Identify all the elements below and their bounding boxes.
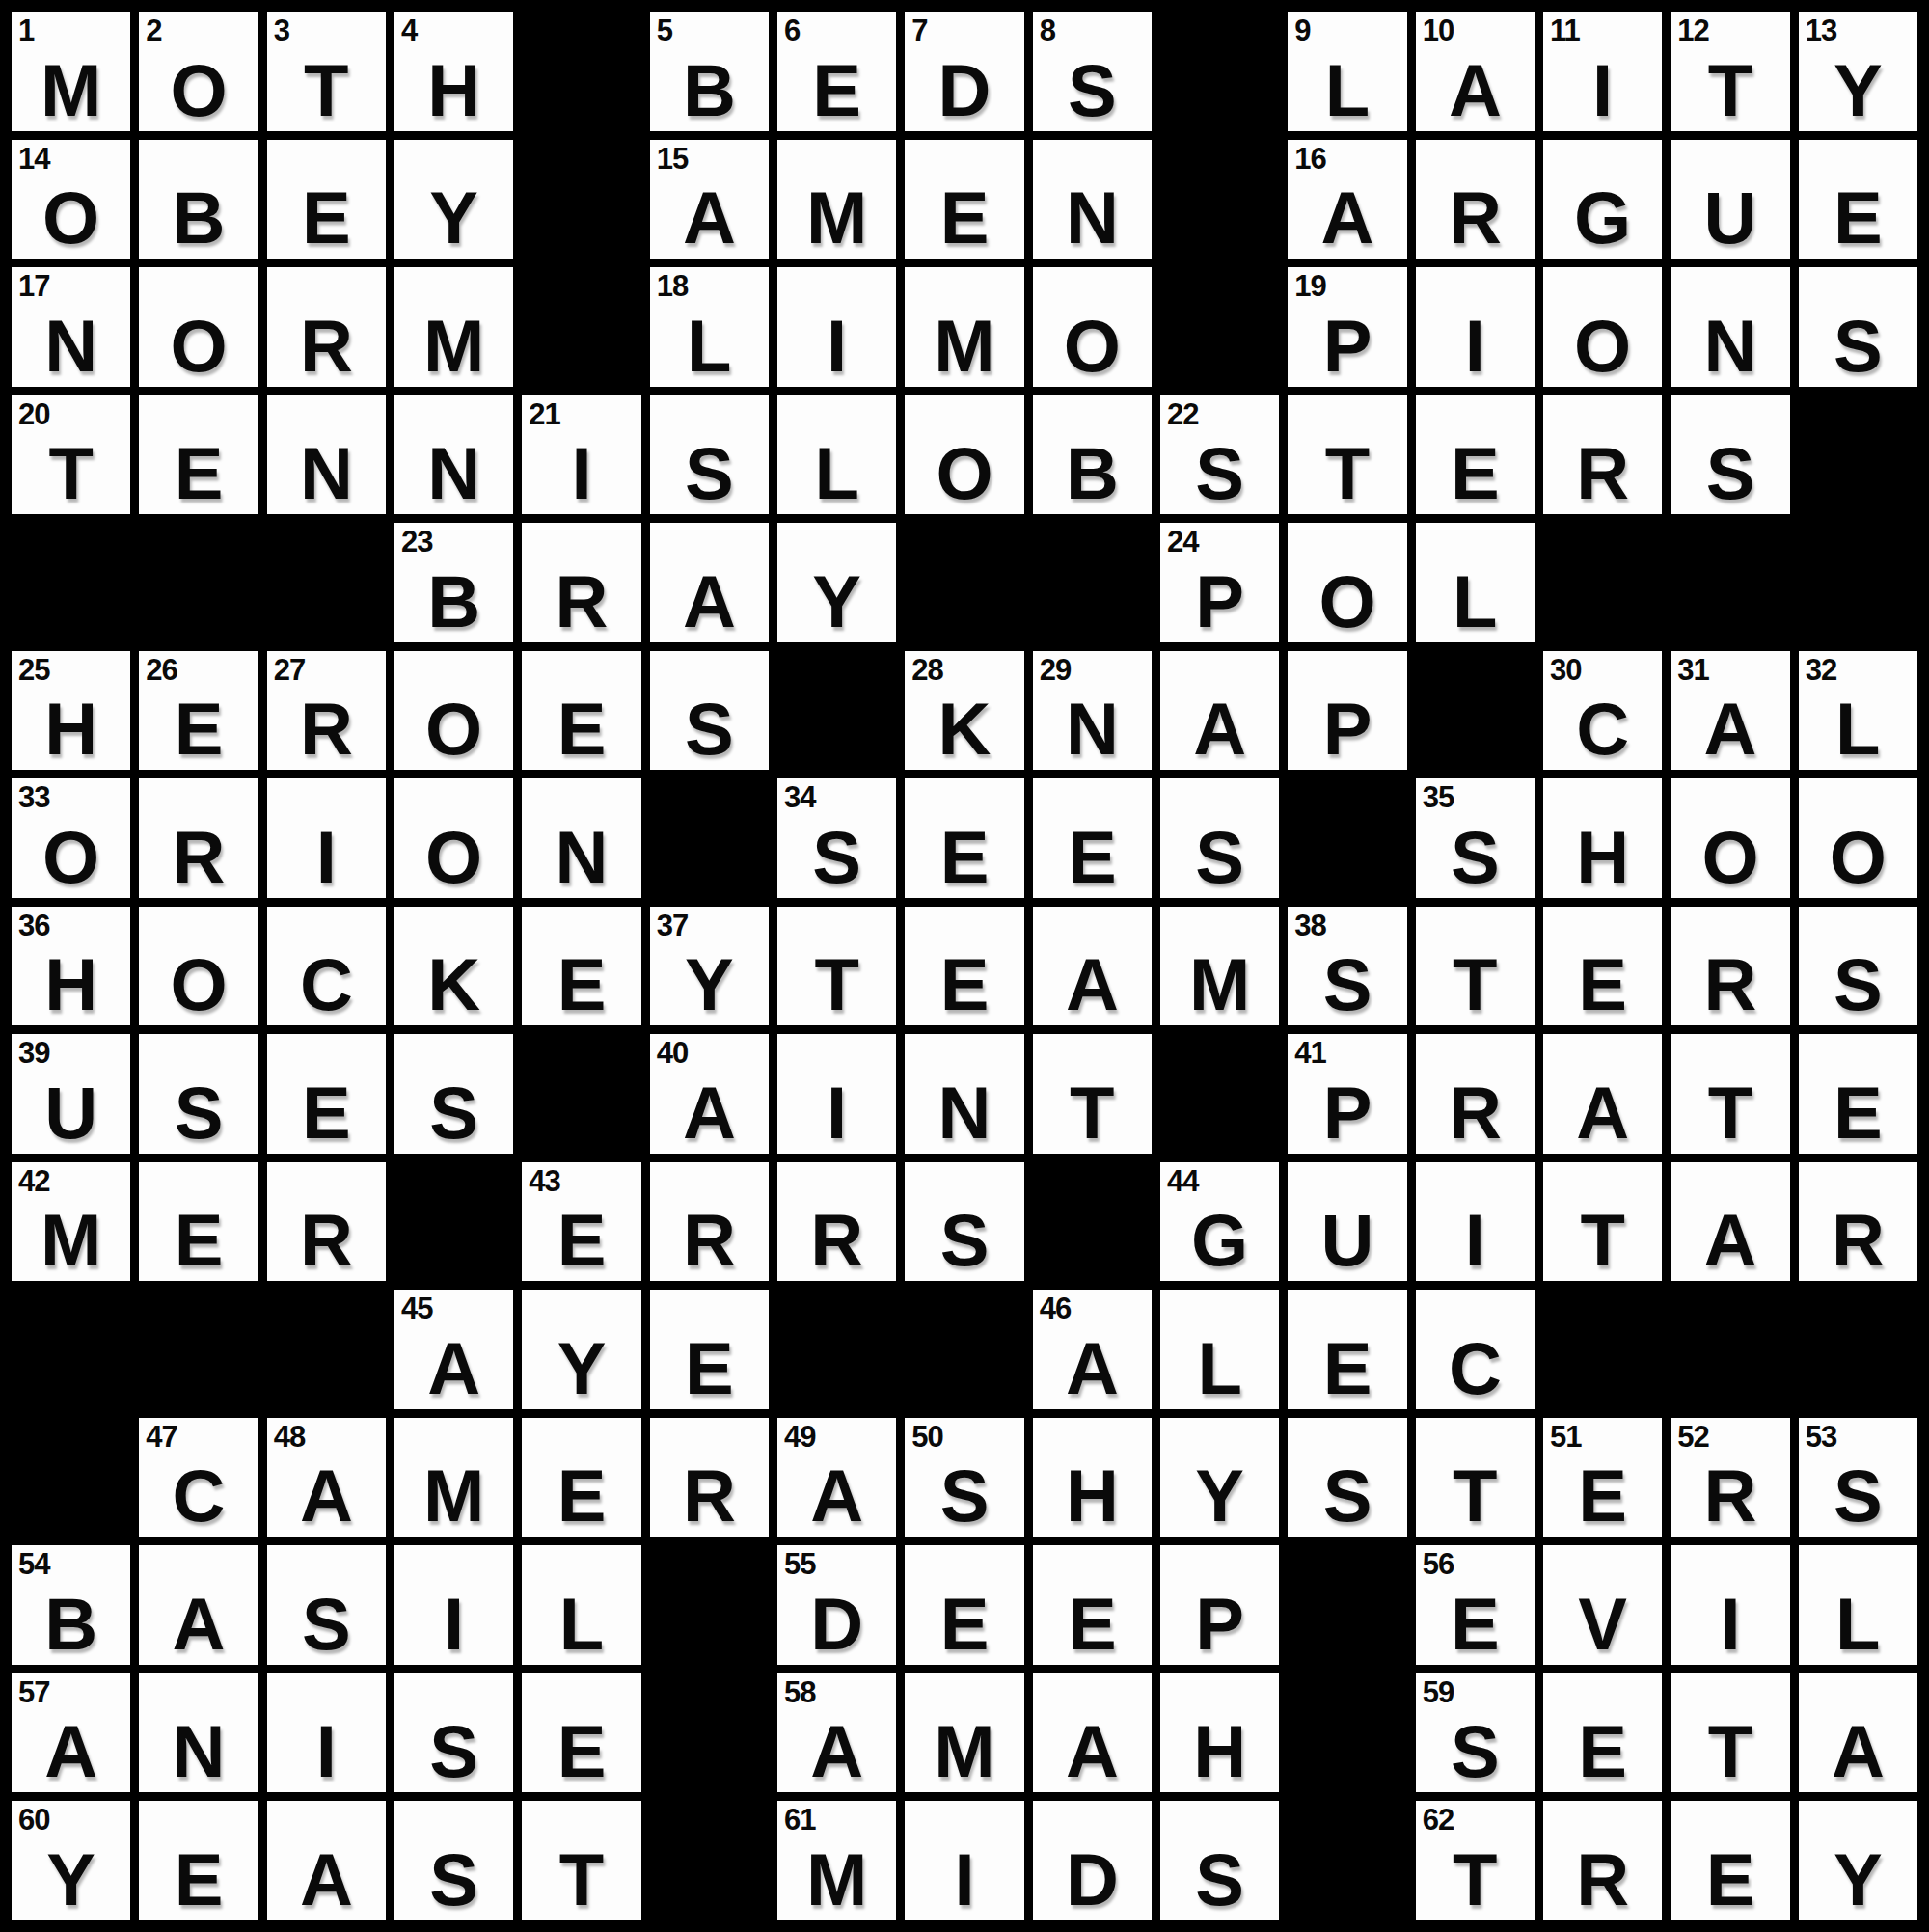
cell-r3-c13[interactable]: O — [1543, 267, 1662, 387]
cell-r10-c15[interactable]: R — [1799, 1162, 1917, 1282]
clue-number: 58 — [784, 1675, 815, 1710]
cell-letter: I — [267, 1715, 386, 1788]
block-r14-c11 — [1288, 1673, 1406, 1793]
cell-letter: Y — [777, 565, 896, 639]
cell-r5-c6[interactable]: A — [650, 523, 769, 642]
cell-letter: L — [1416, 565, 1535, 639]
cell-r12-c15[interactable]: 53S — [1799, 1418, 1917, 1537]
block-r7-c11 — [1288, 778, 1406, 898]
cell-r14-c8[interactable]: M — [905, 1673, 1023, 1793]
cell-r1-c14[interactable]: 12T — [1671, 12, 1789, 131]
cell-r6-c11[interactable]: P — [1288, 651, 1406, 771]
cell-r13-c9[interactable]: E — [1033, 1545, 1152, 1665]
cell-r9-c12[interactable]: R — [1416, 1034, 1535, 1154]
cell-r15-c1[interactable]: 60Y — [12, 1801, 130, 1920]
cell-letter: T — [267, 54, 386, 127]
cell-letter: A — [1033, 1332, 1152, 1405]
cell-r14-c2[interactable]: N — [139, 1673, 258, 1793]
cell-r1-c6[interactable]: 5B — [650, 12, 769, 131]
cell-r7-c1[interactable]: 33O — [12, 778, 130, 898]
cell-r13-c3[interactable]: S — [267, 1545, 386, 1665]
cell-letter: A — [267, 1843, 386, 1917]
cell-letter: S — [777, 821, 896, 894]
clue-number: 57 — [18, 1675, 49, 1710]
cell-r12-c13[interactable]: 51E — [1543, 1418, 1662, 1537]
cell-letter: E — [905, 821, 1023, 894]
cell-r14-c5[interactable]: E — [522, 1673, 640, 1793]
cell-r2-c2[interactable]: B — [139, 140, 258, 259]
cell-r12-c2[interactable]: 47C — [139, 1418, 258, 1537]
cell-letter: A — [267, 1459, 386, 1533]
cell-r12-c12[interactable]: T — [1416, 1418, 1535, 1537]
clue-number: 14 — [18, 142, 49, 177]
cell-letter: C — [1543, 693, 1662, 766]
cell-letter: T — [1543, 1204, 1662, 1277]
clue-number: 17 — [18, 269, 49, 304]
cell-r13-c13[interactable]: V — [1543, 1545, 1662, 1665]
cell-r11-c4[interactable]: 45A — [394, 1290, 513, 1409]
cell-letter: T — [1416, 1843, 1535, 1917]
cell-r6-c9[interactable]: 29N — [1033, 651, 1152, 771]
cell-r10-c13[interactable]: T — [1543, 1162, 1662, 1282]
cell-r13-c4[interactable]: I — [394, 1545, 513, 1665]
cell-r8-c2[interactable]: O — [139, 907, 258, 1026]
cell-r15-c15[interactable]: Y — [1799, 1801, 1917, 1920]
cell-r10-c1[interactable]: 42M — [12, 1162, 130, 1282]
cell-r4-c2[interactable]: E — [139, 395, 258, 515]
cell-r8-c4[interactable]: K — [394, 907, 513, 1026]
cell-r4-c9[interactable]: B — [1033, 395, 1152, 515]
cell-r4-c12[interactable]: E — [1416, 395, 1535, 515]
cell-r8-c10[interactable]: M — [1160, 907, 1279, 1026]
cell-letter: L — [777, 437, 896, 510]
clue-number: 49 — [784, 1420, 815, 1455]
cell-letter: A — [1160, 693, 1279, 766]
cell-r11-c11[interactable]: E — [1288, 1290, 1406, 1409]
cell-r2-c8[interactable]: E — [905, 140, 1023, 259]
cell-r1-c7[interactable]: 6E — [777, 12, 896, 131]
cell-r7-c9[interactable]: E — [1033, 778, 1152, 898]
cell-letter: T — [12, 437, 130, 510]
cell-r9-c8[interactable]: N — [905, 1034, 1023, 1154]
cell-letter: R — [267, 1204, 386, 1277]
cell-r14-c10[interactable]: H — [1160, 1673, 1279, 1793]
cell-r13-c2[interactable]: A — [139, 1545, 258, 1665]
cell-r3-c3[interactable]: R — [267, 267, 386, 387]
cell-letter: I — [905, 1843, 1023, 1917]
cell-letter: P — [1160, 565, 1279, 639]
cell-r1-c8[interactable]: 7D — [905, 12, 1023, 131]
cell-r9-c3[interactable]: E — [267, 1034, 386, 1154]
clue-number: 56 — [1423, 1547, 1454, 1582]
clue-number: 54 — [18, 1547, 49, 1582]
cell-r6-c14[interactable]: 31A — [1671, 651, 1789, 771]
cell-letter: A — [1416, 54, 1535, 127]
cell-r12-c5[interactable]: E — [522, 1418, 640, 1537]
cell-r1-c3[interactable]: 3T — [267, 12, 386, 131]
cell-r14-c7[interactable]: 58A — [777, 1673, 896, 1793]
clue-number: 36 — [18, 909, 49, 943]
cell-r9-c1[interactable]: 39U — [12, 1034, 130, 1154]
cell-r14-c13[interactable]: E — [1543, 1673, 1662, 1793]
clue-number: 10 — [1423, 14, 1454, 48]
cell-r12-c10[interactable]: Y — [1160, 1418, 1279, 1537]
cell-r5-c10[interactable]: 24P — [1160, 523, 1279, 642]
cell-letter: I — [1671, 1588, 1789, 1661]
cell-r8-c3[interactable]: C — [267, 907, 386, 1026]
clue-number: 5 — [657, 14, 672, 48]
cell-letter: A — [777, 1715, 896, 1788]
cell-letter: S — [1160, 821, 1279, 894]
cell-letter: T — [1033, 1076, 1152, 1150]
cell-r14-c1[interactable]: 57A — [12, 1673, 130, 1793]
block-r15-c6 — [650, 1801, 769, 1920]
cell-r7-c4[interactable]: O — [394, 778, 513, 898]
cell-r12-c8[interactable]: 50S — [905, 1418, 1023, 1537]
cell-letter: S — [1288, 948, 1406, 1021]
cell-r12-c9[interactable]: H — [1033, 1418, 1152, 1537]
cell-letter: P — [1288, 693, 1406, 766]
cell-r14-c14[interactable]: T — [1671, 1673, 1789, 1793]
cell-r4-c13[interactable]: R — [1543, 395, 1662, 515]
cell-letter: Y — [522, 1332, 640, 1405]
cell-letter: L — [522, 1588, 640, 1661]
cell-r2-c12[interactable]: R — [1416, 140, 1535, 259]
cell-r1-c4[interactable]: 4H — [394, 12, 513, 131]
clue-number: 42 — [18, 1164, 49, 1199]
cell-r13-c1[interactable]: 54B — [12, 1545, 130, 1665]
cell-r4-c4[interactable]: N — [394, 395, 513, 515]
cell-letter: Y — [1799, 1843, 1917, 1917]
cell-letter: H — [1160, 1715, 1279, 1788]
cell-r14-c12[interactable]: 59S — [1416, 1673, 1535, 1793]
cell-letter: E — [905, 948, 1023, 1021]
cell-letter: C — [1416, 1332, 1535, 1405]
cell-letter: S — [1160, 437, 1279, 510]
cell-r8-c9[interactable]: A — [1033, 907, 1152, 1026]
cell-r8-c8[interactable]: E — [905, 907, 1023, 1026]
cell-r4-c11[interactable]: T — [1288, 395, 1406, 515]
cell-r1-c1[interactable]: 1M — [12, 12, 130, 131]
cell-r4-c5[interactable]: 21I — [522, 395, 640, 515]
cell-r2-c4[interactable]: Y — [394, 140, 513, 259]
cell-letter: E — [267, 181, 386, 255]
cell-letter: A — [394, 1332, 513, 1405]
block-r5-c13 — [1543, 523, 1662, 642]
cell-r9-c13[interactable]: A — [1543, 1034, 1662, 1154]
block-r11-c3 — [267, 1290, 386, 1409]
cell-r11-c9[interactable]: 46A — [1033, 1290, 1152, 1409]
cell-r7-c5[interactable]: N — [522, 778, 640, 898]
cell-r5-c12[interactable]: L — [1416, 523, 1535, 642]
cell-r3-c8[interactable]: M — [905, 267, 1023, 387]
cell-r7-c10[interactable]: S — [1160, 778, 1279, 898]
cell-r3-c7[interactable]: I — [777, 267, 896, 387]
cell-letter: O — [1033, 310, 1152, 383]
block-r5-c9 — [1033, 523, 1152, 642]
cell-r4-c3[interactable]: N — [267, 395, 386, 515]
cell-r9-c14[interactable]: T — [1671, 1034, 1789, 1154]
cell-r12-c6[interactable]: R — [650, 1418, 769, 1537]
cell-letter: A — [777, 1459, 896, 1533]
cell-r10-c8[interactable]: S — [905, 1162, 1023, 1282]
clue-number: 38 — [1294, 909, 1325, 943]
cell-letter: A — [1288, 181, 1406, 255]
cell-r1-c13[interactable]: 11I — [1543, 12, 1662, 131]
cell-r10-c7[interactable]: R — [777, 1162, 896, 1282]
cell-r5-c4[interactable]: 23B — [394, 523, 513, 642]
clue-number: 45 — [401, 1292, 432, 1326]
cell-r10-c10[interactable]: 44G — [1160, 1162, 1279, 1282]
cell-r8-c13[interactable]: E — [1543, 907, 1662, 1026]
cell-r8-c6[interactable]: 37Y — [650, 907, 769, 1026]
cell-r8-c1[interactable]: 36H — [12, 907, 130, 1026]
cell-r3-c1[interactable]: 17N — [12, 267, 130, 387]
cell-letter: N — [267, 437, 386, 510]
cell-r14-c9[interactable]: A — [1033, 1673, 1152, 1793]
block-r9-c10 — [1160, 1034, 1279, 1154]
cell-r6-c10[interactable]: A — [1160, 651, 1279, 771]
cell-r15-c5[interactable]: T — [522, 1801, 640, 1920]
cell-r1-c9[interactable]: 8S — [1033, 12, 1152, 131]
cell-r13-c15[interactable]: L — [1799, 1545, 1917, 1665]
cell-letter: O — [1288, 565, 1406, 639]
cell-r7-c12[interactable]: 35S — [1416, 778, 1535, 898]
cell-r4-c1[interactable]: 20T — [12, 395, 130, 515]
cell-r3-c12[interactable]: I — [1416, 267, 1535, 387]
cell-r15-c10[interactable]: S — [1160, 1801, 1279, 1920]
cell-r12-c14[interactable]: 52R — [1671, 1418, 1789, 1537]
cell-letter: L — [1799, 1588, 1917, 1661]
cell-r7-c7[interactable]: 34S — [777, 778, 896, 898]
cell-r10-c11[interactable]: U — [1288, 1162, 1406, 1282]
block-r13-c6 — [650, 1545, 769, 1665]
cell-r8-c11[interactable]: 38S — [1288, 907, 1406, 1026]
cell-r3-c15[interactable]: S — [1799, 267, 1917, 387]
cell-letter: B — [139, 181, 258, 255]
cell-r7-c3[interactable]: I — [267, 778, 386, 898]
cell-r11-c5[interactable]: Y — [522, 1290, 640, 1409]
clue-number: 46 — [1040, 1292, 1071, 1326]
cell-r6-c13[interactable]: 30C — [1543, 651, 1662, 771]
cell-r15-c3[interactable]: A — [267, 1801, 386, 1920]
cell-r7-c2[interactable]: R — [139, 778, 258, 898]
cell-r2-c6[interactable]: 15A — [650, 140, 769, 259]
cell-letter: R — [650, 1204, 769, 1277]
clue-number: 43 — [529, 1164, 559, 1199]
cell-letter: E — [777, 54, 896, 127]
clue-number: 35 — [1423, 780, 1454, 815]
cell-letter: A — [1033, 1715, 1152, 1788]
cell-r15-c7[interactable]: 61M — [777, 1801, 896, 1920]
cell-r9-c7[interactable]: I — [777, 1034, 896, 1154]
clue-number: 50 — [911, 1420, 942, 1455]
cell-r1-c15[interactable]: 13Y — [1799, 12, 1917, 131]
cell-r1-c2[interactable]: 2O — [139, 12, 258, 131]
cell-r15-c14[interactable]: E — [1671, 1801, 1789, 1920]
cell-letter: D — [1033, 1843, 1152, 1917]
cell-r9-c2[interactable]: S — [139, 1034, 258, 1154]
cell-letter: H — [1033, 1459, 1152, 1533]
cell-r3-c6[interactable]: 18L — [650, 267, 769, 387]
clue-number: 2 — [146, 14, 161, 48]
cell-letter: N — [1033, 693, 1152, 766]
clue-number: 22 — [1167, 397, 1198, 432]
cell-r2-c13[interactable]: G — [1543, 140, 1662, 259]
clue-number: 18 — [657, 269, 688, 304]
block-r11-c1 — [12, 1290, 130, 1409]
cell-r3-c2[interactable]: O — [139, 267, 258, 387]
cell-letter: A — [139, 1588, 258, 1661]
cell-r14-c4[interactable]: S — [394, 1673, 513, 1793]
cell-letter: Y — [650, 948, 769, 1021]
cell-r10-c14[interactable]: A — [1671, 1162, 1789, 1282]
cell-r5-c7[interactable]: Y — [777, 523, 896, 642]
cell-letter: N — [522, 821, 640, 894]
cell-letter: Y — [394, 181, 513, 255]
cell-r13-c12[interactable]: 56E — [1416, 1545, 1535, 1665]
block-r3-c5 — [522, 267, 640, 387]
cell-letter: C — [267, 948, 386, 1021]
cell-r15-c12[interactable]: 62T — [1416, 1801, 1535, 1920]
cell-r4-c14[interactable]: S — [1671, 395, 1789, 515]
cell-r3-c9[interactable]: O — [1033, 267, 1152, 387]
cell-r6-c2[interactable]: 26E — [139, 651, 258, 771]
cell-r6-c15[interactable]: 32L — [1799, 651, 1917, 771]
cell-r12-c7[interactable]: 49A — [777, 1418, 896, 1537]
cell-r8-c7[interactable]: T — [777, 907, 896, 1026]
cell-letter: T — [1416, 1459, 1535, 1533]
block-r10-c9 — [1033, 1162, 1152, 1282]
cell-r2-c15[interactable]: E — [1799, 140, 1917, 259]
cell-r7-c15[interactable]: O — [1799, 778, 1917, 898]
cell-r9-c6[interactable]: 40A — [650, 1034, 769, 1154]
cell-r2-c14[interactable]: U — [1671, 140, 1789, 259]
cell-letter: I — [1416, 1204, 1535, 1277]
cell-r9-c9[interactable]: T — [1033, 1034, 1152, 1154]
cell-r5-c5[interactable]: R — [522, 523, 640, 642]
cell-r10-c2[interactable]: E — [139, 1162, 258, 1282]
cell-r8-c15[interactable]: S — [1799, 907, 1917, 1026]
cell-r2-c3[interactable]: E — [267, 140, 386, 259]
cell-letter: O — [905, 437, 1023, 510]
cell-letter: O — [139, 54, 258, 127]
cell-r2-c7[interactable]: M — [777, 140, 896, 259]
cell-r10-c5[interactable]: 43E — [522, 1162, 640, 1282]
cell-r12-c4[interactable]: M — [394, 1418, 513, 1537]
cell-letter: M — [12, 54, 130, 127]
cell-r8-c12[interactable]: T — [1416, 907, 1535, 1026]
cell-r2-c11[interactable]: 16A — [1288, 140, 1406, 259]
block-r14-c6 — [650, 1673, 769, 1793]
cell-letter: E — [1416, 1588, 1535, 1661]
cell-r15-c4[interactable]: S — [394, 1801, 513, 1920]
cell-r7-c14[interactable]: O — [1671, 778, 1789, 898]
cell-letter: P — [1288, 1076, 1406, 1150]
cell-r12-c11[interactable]: S — [1288, 1418, 1406, 1537]
cell-r2-c1[interactable]: 14O — [12, 140, 130, 259]
cell-letter: E — [522, 693, 640, 766]
cell-r3-c4[interactable]: M — [394, 267, 513, 387]
cell-r4-c7[interactable]: L — [777, 395, 896, 515]
cell-r11-c6[interactable]: E — [650, 1290, 769, 1409]
cell-r1-c12[interactable]: 10A — [1416, 12, 1535, 131]
cell-letter: O — [1799, 821, 1917, 894]
block-r3-c10 — [1160, 267, 1279, 387]
cell-r3-c11[interactable]: 19P — [1288, 267, 1406, 387]
cell-r15-c8[interactable]: I — [905, 1801, 1023, 1920]
cell-r14-c3[interactable]: I — [267, 1673, 386, 1793]
cell-letter: I — [267, 821, 386, 894]
cell-r13-c14[interactable]: I — [1671, 1545, 1789, 1665]
cell-r13-c10[interactable]: P — [1160, 1545, 1279, 1665]
cell-r12-c3[interactable]: 48A — [267, 1418, 386, 1537]
block-r5-c3 — [267, 523, 386, 642]
cell-r15-c9[interactable]: D — [1033, 1801, 1152, 1920]
cell-letter: E — [139, 1843, 258, 1917]
block-r1-c5 — [522, 12, 640, 131]
cell-letter: M — [12, 1204, 130, 1277]
cell-r7-c8[interactable]: E — [905, 778, 1023, 898]
cell-r6-c4[interactable]: O — [394, 651, 513, 771]
cell-r10-c3[interactable]: R — [267, 1162, 386, 1282]
cell-r4-c8[interactable]: O — [905, 395, 1023, 515]
cell-r2-c9[interactable]: N — [1033, 140, 1152, 259]
cell-r15-c13[interactable]: R — [1543, 1801, 1662, 1920]
cell-letter: A — [1799, 1715, 1917, 1788]
cell-r9-c15[interactable]: E — [1799, 1034, 1917, 1154]
cell-r9-c4[interactable]: S — [394, 1034, 513, 1154]
block-r5-c15 — [1799, 523, 1917, 642]
cell-r11-c10[interactable]: L — [1160, 1290, 1279, 1409]
cell-r6-c8[interactable]: 28K — [905, 651, 1023, 771]
cell-r6-c1[interactable]: 25H — [12, 651, 130, 771]
cell-r13-c5[interactable]: L — [522, 1545, 640, 1665]
clue-number: 61 — [784, 1803, 815, 1837]
cell-r11-c12[interactable]: C — [1416, 1290, 1535, 1409]
cell-letter: S — [650, 693, 769, 766]
cell-r8-c14[interactable]: R — [1671, 907, 1789, 1026]
cell-letter: E — [139, 437, 258, 510]
block-r2-c5 — [522, 140, 640, 259]
cell-r4-c10[interactable]: 22S — [1160, 395, 1279, 515]
cell-r6-c5[interactable]: E — [522, 651, 640, 771]
clue-number: 11 — [1550, 14, 1580, 48]
cell-r13-c8[interactable]: E — [905, 1545, 1023, 1665]
cell-r7-c13[interactable]: H — [1543, 778, 1662, 898]
cell-letter: S — [1799, 1459, 1917, 1533]
clue-number: 13 — [1806, 14, 1836, 48]
cell-r13-c7[interactable]: 55D — [777, 1545, 896, 1665]
cell-r5-c11[interactable]: O — [1288, 523, 1406, 642]
cell-r6-c6[interactable]: S — [650, 651, 769, 771]
cell-letter: S — [394, 1843, 513, 1917]
block-r11-c2 — [139, 1290, 258, 1409]
cell-r10-c6[interactable]: R — [650, 1162, 769, 1282]
cell-r6-c3[interactable]: 27R — [267, 651, 386, 771]
cell-r15-c2[interactable]: E — [139, 1801, 258, 1920]
cell-r3-c14[interactable]: N — [1671, 267, 1789, 387]
cell-r1-c11[interactable]: 9L — [1288, 12, 1406, 131]
cell-r10-c12[interactable]: I — [1416, 1162, 1535, 1282]
cell-r14-c15[interactable]: A — [1799, 1673, 1917, 1793]
cell-letter: E — [139, 693, 258, 766]
cell-r9-c11[interactable]: 41P — [1288, 1034, 1406, 1154]
cell-r4-c6[interactable]: S — [650, 395, 769, 515]
cell-letter: M — [777, 1843, 896, 1917]
cell-r8-c5[interactable]: E — [522, 907, 640, 1026]
clue-number: 21 — [529, 397, 559, 432]
